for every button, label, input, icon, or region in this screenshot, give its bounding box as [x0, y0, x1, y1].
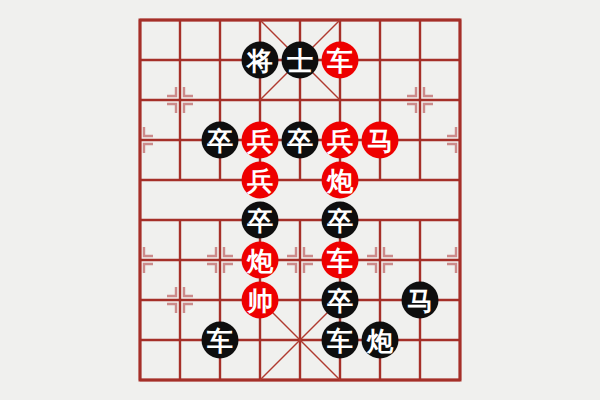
piece-black-soldier[interactable]: 卒	[322, 202, 359, 239]
piece-black-horse[interactable]: 马	[402, 282, 439, 319]
piece-black-advisor[interactable]: 士	[282, 42, 319, 79]
piece-red-chariot[interactable]: 车	[322, 42, 359, 79]
piece-red-soldier[interactable]: 兵	[322, 122, 359, 159]
piece-black-chariot[interactable]: 车	[202, 322, 239, 359]
screenshot-canvas: 将士车卒兵卒兵马兵炮卒卒炮车帅卒马车车炮	[0, 0, 600, 400]
piece-black-chariot[interactable]: 车	[322, 322, 359, 359]
piece-black-general[interactable]: 将	[242, 42, 279, 79]
piece-red-cannon[interactable]: 炮	[322, 162, 359, 199]
piece-red-soldier[interactable]: 兵	[242, 162, 279, 199]
piece-black-soldier[interactable]: 卒	[322, 282, 359, 319]
piece-red-chariot[interactable]: 车	[322, 242, 359, 279]
piece-black-soldier[interactable]: 卒	[202, 122, 239, 159]
piece-black-soldier[interactable]: 卒	[242, 202, 279, 239]
piece-red-horse[interactable]: 马	[362, 122, 399, 159]
piece-red-general[interactable]: 帅	[242, 282, 279, 319]
piece-black-soldier[interactable]: 卒	[282, 122, 319, 159]
xiangqi-board[interactable]: 将士车卒兵卒兵马兵炮卒卒炮车帅卒马车车炮	[0, 0, 600, 400]
piece-red-cannon[interactable]: 炮	[242, 242, 279, 279]
piece-red-soldier[interactable]: 兵	[242, 122, 279, 159]
piece-black-cannon[interactable]: 炮	[362, 322, 399, 359]
